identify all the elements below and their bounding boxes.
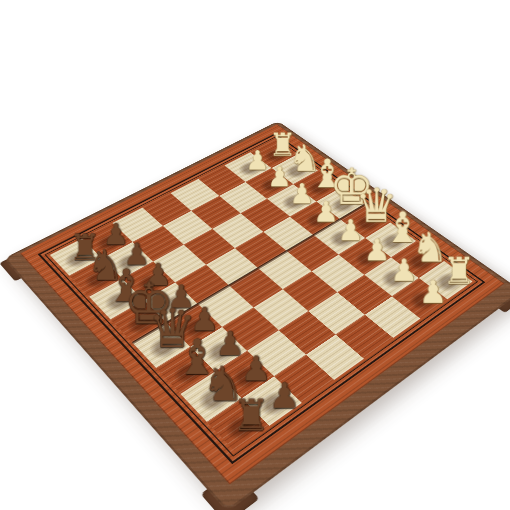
white-pawn[interactable]: ♟	[363, 235, 390, 265]
board-face: ♜♟♟♜♞♟♟♞♝♟♟♝♚♟♟♚♛♟♟♛♝♟♟♝♞♟♟♞♜♟♟♜	[20, 124, 505, 484]
white-pawn[interactable]: ♟	[267, 163, 291, 190]
chess-set-photo: ♜♟♟♜♞♟♟♞♝♟♟♝♚♟♟♚♛♟♟♛♝♟♟♝♞♟♟♞♜♟♟♜	[0, 0, 510, 510]
black-rook[interactable]: ♜	[231, 394, 270, 437]
chess-board: ♜♟♟♜♞♟♟♞♝♟♟♝♚♟♟♚♛♟♟♛♝♟♟♝♞♟♟♞♜♟♟♜	[20, 124, 505, 484]
white-pawn[interactable]: ♟	[313, 198, 339, 227]
white-pawn[interactable]: ♟	[390, 255, 417, 286]
white-pawn[interactable]: ♟	[245, 147, 269, 174]
white-pawn[interactable]: ♟	[289, 180, 314, 208]
white-pawn[interactable]: ♟	[338, 216, 364, 245]
board-grid: ♜♟♟♜♞♟♟♞♝♟♟♝♚♟♟♚♛♟♟♛♝♟♟♝♞♟♟♞♜♟♟♜	[50, 140, 473, 451]
black-pawn[interactable]: ♟	[241, 352, 272, 386]
black-pawn[interactable]: ♟	[269, 378, 300, 413]
white-pawn[interactable]: ♟	[419, 277, 447, 308]
